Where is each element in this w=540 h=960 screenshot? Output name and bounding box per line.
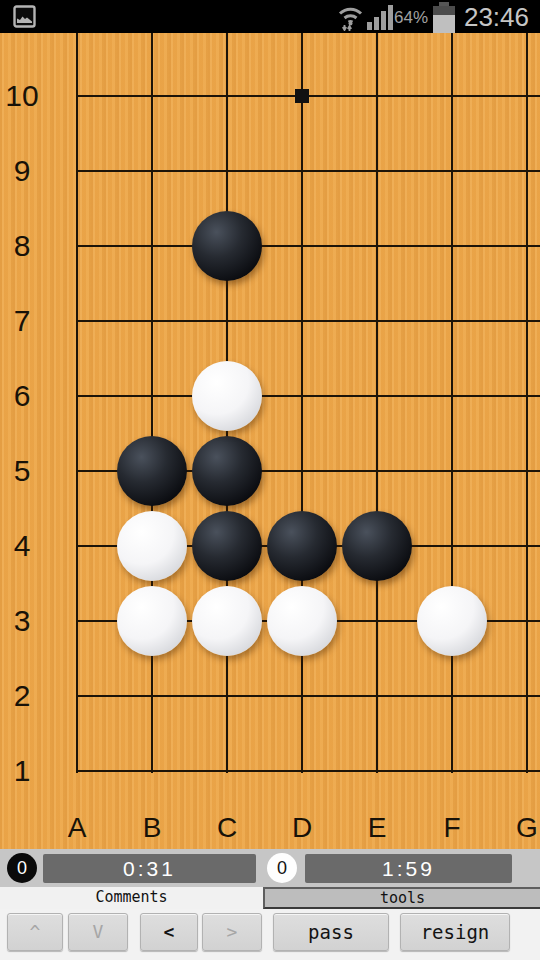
col-label-B: B (132, 812, 172, 844)
row-label-4: 4 (0, 530, 44, 562)
row-label-10: 10 (0, 80, 44, 112)
grid-line-row-1 (76, 770, 540, 772)
col-label-D: D (282, 812, 322, 844)
star-point-D10 (295, 89, 309, 103)
bottom-tab-bar: Comments tools (0, 887, 540, 909)
app-screen: 64% 23:46 10987654321ABCDEFG 0 0:31 0 1:… (0, 0, 540, 960)
white-stone-C3[interactable] (192, 586, 262, 656)
row-label-2: 2 (0, 680, 44, 712)
row-label-9: 9 (0, 155, 44, 187)
row-label-5: 5 (0, 455, 44, 487)
variation-down-button[interactable]: V (68, 913, 128, 951)
white-clock: 1:59 (305, 854, 512, 883)
white-stone-F3[interactable] (417, 586, 487, 656)
resign-button[interactable]: resign (400, 913, 510, 951)
grid-line-col-D (301, 33, 303, 773)
black-stone-D4[interactable] (267, 511, 337, 581)
wifi-icon (337, 3, 364, 31)
grid-line-row-8 (76, 245, 540, 247)
col-label-F: F (432, 812, 472, 844)
battery-percent-label: 64% (394, 8, 428, 28)
col-label-A: A (57, 812, 97, 844)
row-label-1: 1 (0, 755, 44, 787)
status-bar: 64% 23:46 (0, 0, 540, 33)
grid-line-col-E (376, 33, 378, 773)
grid-line-row-7 (76, 320, 540, 322)
black-clock: 0:31 (43, 854, 256, 883)
row-label-3: 3 (0, 605, 44, 637)
pass-button[interactable]: pass (273, 913, 389, 951)
next-move-button[interactable]: > (202, 913, 262, 951)
grid-line-col-G (526, 33, 528, 773)
col-label-E: E (357, 812, 397, 844)
black-stone-E4[interactable] (342, 511, 412, 581)
white-stone-B3[interactable] (117, 586, 187, 656)
white-stone-B4[interactable] (117, 511, 187, 581)
white-stone-D3[interactable] (267, 586, 337, 656)
controls-bar: ^ V < > pass resign (0, 909, 540, 960)
col-label-C: C (207, 812, 247, 844)
tab-comments[interactable]: Comments (0, 887, 263, 910)
battery-icon (432, 2, 456, 33)
clock-label: 23:46 (464, 2, 529, 33)
black-stone-B5[interactable] (117, 436, 187, 506)
row-label-8: 8 (0, 230, 44, 262)
grid-line-row-2 (76, 695, 540, 697)
black-stone-C5[interactable] (192, 436, 262, 506)
black-captures-badge: 0 (7, 853, 37, 883)
grid-line-row-9 (76, 170, 540, 172)
previous-move-button[interactable]: < (140, 913, 198, 951)
black-stone-C8[interactable] (192, 211, 262, 281)
grid-line-col-A (76, 33, 78, 773)
black-stone-C4[interactable] (192, 511, 262, 581)
go-board[interactable]: 10987654321ABCDEFG (0, 33, 540, 849)
signal-strength-icon (367, 4, 394, 30)
timer-bar: 0 0:31 0 1:59 (0, 849, 540, 887)
row-label-6: 6 (0, 380, 44, 412)
white-stone-C6[interactable] (192, 361, 262, 431)
white-captures-badge: 0 (267, 853, 297, 883)
grid-line-col-B (151, 33, 153, 773)
tab-tools[interactable]: tools (263, 887, 540, 909)
gallery-notification-icon (13, 5, 36, 28)
col-label-G: G (507, 812, 540, 844)
row-label-7: 7 (0, 305, 44, 337)
variation-up-button[interactable]: ^ (7, 913, 63, 951)
grid-line-col-F (451, 33, 453, 773)
grid-line-row-6 (76, 395, 540, 397)
